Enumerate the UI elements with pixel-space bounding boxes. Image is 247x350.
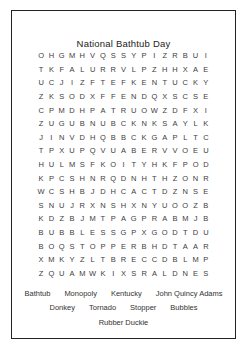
grid-cell: T bbox=[129, 158, 139, 172]
grid-cell: T bbox=[180, 226, 190, 240]
grid-cell: M bbox=[67, 158, 77, 172]
grid-cell: K bbox=[98, 267, 108, 281]
grid-cell: I bbox=[201, 103, 211, 117]
grid-cell: L bbox=[160, 267, 170, 281]
grid-cell: N bbox=[57, 131, 67, 145]
grid-cell: A bbox=[190, 63, 200, 77]
word-list-item: Donkey bbox=[50, 301, 75, 315]
grid-cell: L bbox=[129, 63, 139, 77]
grid-cell: H bbox=[77, 171, 87, 185]
word-list-item: Bathtub bbox=[25, 287, 51, 301]
grid-cell: G bbox=[57, 49, 67, 63]
grid-cell: R bbox=[170, 49, 180, 63]
grid-cell: M bbox=[46, 253, 56, 267]
grid-cell: G bbox=[57, 117, 67, 131]
grid-cell: C bbox=[180, 90, 190, 104]
grid-cell: D bbox=[201, 158, 211, 172]
grid-cell: Q bbox=[87, 144, 97, 158]
grid-cell: C bbox=[118, 185, 128, 199]
grid-cell: B bbox=[108, 131, 118, 145]
grid-cell: D bbox=[98, 185, 108, 199]
grid-cell: D bbox=[67, 103, 77, 117]
grid-cell: T bbox=[160, 76, 170, 90]
grid-cell: B bbox=[77, 117, 87, 131]
grid-cell: D bbox=[160, 253, 170, 267]
grid-cell: A bbox=[160, 131, 170, 145]
grid-cell: B bbox=[57, 226, 67, 240]
grid-cell: U bbox=[36, 76, 46, 90]
grid-cell: A bbox=[180, 239, 190, 253]
grid-cell: B bbox=[170, 253, 180, 267]
grid-cell: P bbox=[139, 63, 149, 77]
grid-cell: O bbox=[180, 144, 190, 158]
grid-cell: X bbox=[87, 199, 97, 213]
grid-cell: S bbox=[190, 90, 200, 104]
grid-cell: N bbox=[139, 117, 149, 131]
grid-cell: F bbox=[180, 103, 190, 117]
grid-cell: H bbox=[77, 49, 87, 63]
grid-cell: D bbox=[170, 103, 180, 117]
grid-cell: Q bbox=[57, 239, 67, 253]
grid-cell: Z bbox=[170, 171, 180, 185]
grid-cell: A bbox=[160, 212, 170, 226]
grid-cell: A bbox=[98, 103, 108, 117]
grid-cell: U bbox=[190, 49, 200, 63]
grid-cell: T bbox=[98, 76, 108, 90]
grid-cell: B bbox=[108, 253, 118, 267]
grid-cell: E bbox=[190, 144, 200, 158]
grid-cell: C bbox=[118, 117, 128, 131]
grid-cell: O bbox=[46, 239, 56, 253]
grid-cell: P bbox=[98, 239, 108, 253]
grid-cell: D bbox=[77, 131, 87, 145]
grid-cell: P bbox=[46, 144, 56, 158]
grid-cell: U bbox=[201, 226, 211, 240]
word-list-item: Rubber Duckie bbox=[99, 316, 149, 330]
grid-cell: Z bbox=[160, 103, 170, 117]
grid-cell: I bbox=[118, 158, 128, 172]
grid-cell: K bbox=[129, 76, 139, 90]
grid-cell: C bbox=[139, 253, 149, 267]
grid-cell: L bbox=[180, 131, 190, 145]
grid-cell: S bbox=[170, 90, 180, 104]
worksheet-page: National Bathtub Day OHGMHVQSSYPIZRBUITK… bbox=[0, 0, 247, 350]
grid-cell: N bbox=[180, 267, 190, 281]
grid-cell: P bbox=[46, 171, 56, 185]
grid-cell: R bbox=[149, 212, 159, 226]
grid-cell: X bbox=[129, 199, 139, 213]
word-list-row: DonkeyTornadoStopperBubbles bbox=[12, 301, 235, 315]
grid-cell: W bbox=[87, 267, 97, 281]
grid-cell: S bbox=[201, 267, 211, 281]
grid-cell: I bbox=[149, 49, 159, 63]
grid-cell: X bbox=[57, 144, 67, 158]
grid-cell: R bbox=[201, 171, 211, 185]
grid-cell: Y bbox=[201, 76, 211, 90]
grid-cell: E bbox=[190, 267, 200, 281]
grid-cell: P bbox=[108, 212, 118, 226]
grid-cell: Y bbox=[180, 117, 190, 131]
grid-cell: E bbox=[201, 185, 211, 199]
grid-cell: C bbox=[46, 185, 56, 199]
grid-cell: C bbox=[201, 131, 211, 145]
grid-cell: V bbox=[98, 144, 108, 158]
grid-cell: E bbox=[201, 63, 211, 77]
grid-cell: R bbox=[77, 199, 87, 213]
grid-cell: H bbox=[36, 158, 46, 172]
grid-cell: K bbox=[129, 117, 139, 131]
grid-cell: R bbox=[108, 63, 118, 77]
grid-cell: J bbox=[190, 212, 200, 226]
grid-cell: T bbox=[36, 144, 46, 158]
grid-cell: D bbox=[118, 171, 128, 185]
grid-cell: B bbox=[36, 239, 46, 253]
grid-cell: N bbox=[149, 76, 159, 90]
grid-cell: P bbox=[129, 226, 139, 240]
grid-cell: C bbox=[129, 131, 139, 145]
grid-cell: U bbox=[170, 76, 180, 90]
grid-cell: Y bbox=[67, 253, 77, 267]
grid-cell: G bbox=[118, 226, 128, 240]
grid-cell: S bbox=[77, 158, 87, 172]
grid-cell: R bbox=[118, 103, 128, 117]
grid-cell: U bbox=[129, 103, 139, 117]
grid-cell: D bbox=[160, 239, 170, 253]
grid-cell: I bbox=[46, 131, 56, 145]
grid-cell: U bbox=[201, 144, 211, 158]
grid-cell: O bbox=[36, 49, 46, 63]
grid-cell: K bbox=[46, 63, 56, 77]
grid-cell: N bbox=[46, 199, 56, 213]
grid-cell: B bbox=[36, 226, 46, 240]
grid-cell: G bbox=[149, 226, 159, 240]
grid-cell: T bbox=[149, 171, 159, 185]
grid-cell: J bbox=[87, 185, 97, 199]
grid-cell: P bbox=[170, 131, 180, 145]
word-list-row: Rubber Duckie bbox=[12, 316, 235, 330]
grid-cell: O bbox=[190, 158, 200, 172]
grid-cell: S bbox=[108, 49, 118, 63]
grid-cell: O bbox=[87, 239, 97, 253]
grid-cell: K bbox=[201, 117, 211, 131]
grid-cell: H bbox=[149, 239, 159, 253]
grid-cell: B bbox=[77, 185, 87, 199]
grid-cell: N bbox=[98, 199, 108, 213]
grid-cell: K bbox=[36, 171, 46, 185]
grid-cell: Z bbox=[160, 49, 170, 63]
grid-cell: Z bbox=[77, 76, 87, 90]
grid-cell: E bbox=[139, 144, 149, 158]
grid-cell: A bbox=[129, 185, 139, 199]
grid-cell: A bbox=[170, 117, 180, 131]
grid-cell: Y bbox=[149, 199, 159, 213]
grid-cell: N bbox=[180, 185, 190, 199]
grid-cell: P bbox=[87, 103, 97, 117]
grid-cell: U bbox=[46, 158, 56, 172]
grid-cell: Z bbox=[190, 199, 200, 213]
grid-cell: D bbox=[139, 90, 149, 104]
grid-cell: T bbox=[98, 253, 108, 267]
grid-cell: E bbox=[129, 253, 139, 267]
grid-cell: F bbox=[57, 63, 67, 77]
grid-cell: O bbox=[170, 199, 180, 213]
grid-cell: J bbox=[36, 131, 46, 145]
grid-cell: O bbox=[180, 171, 190, 185]
grid-cell: V bbox=[160, 144, 170, 158]
grid-cell: A bbox=[118, 212, 128, 226]
grid-cell: B bbox=[201, 212, 211, 226]
grid-cell: M bbox=[77, 267, 87, 281]
grid-cell: Z bbox=[36, 90, 46, 104]
grid-cell: M bbox=[190, 253, 200, 267]
grid-cell: X bbox=[190, 103, 200, 117]
grid-cell: M bbox=[67, 49, 77, 63]
grid-cell: H bbox=[77, 103, 87, 117]
grid-cell: K bbox=[160, 158, 170, 172]
grid-cell: D bbox=[170, 226, 180, 240]
grid-cell: K bbox=[46, 90, 56, 104]
grid-cell: Q bbox=[98, 131, 108, 145]
grid-cell: E bbox=[139, 76, 149, 90]
grid-cell: P bbox=[201, 253, 211, 267]
grid-cell: M bbox=[87, 212, 97, 226]
grid-cell: B bbox=[180, 49, 190, 63]
grid-cell: Z bbox=[149, 63, 159, 77]
grid-cell: D bbox=[160, 185, 170, 199]
grid-cell: W bbox=[149, 103, 159, 117]
grid-cell: B bbox=[67, 226, 77, 240]
puzzle-title: National Bathtub Day bbox=[12, 38, 235, 49]
grid-cell: L bbox=[77, 226, 87, 240]
grid-cell: B bbox=[201, 199, 211, 213]
grid-cell: N bbox=[139, 199, 149, 213]
word-search-grid: OHGMHVQSSYPIZRBUITKFALURRVLPZHHXAEUCJIZF… bbox=[36, 49, 211, 280]
word-list-item: Bubbles bbox=[170, 301, 197, 315]
grid-cell: V bbox=[67, 131, 77, 145]
grid-cell: U bbox=[108, 144, 118, 158]
grid-cell: P bbox=[139, 49, 149, 63]
puzzle-sheet-border: National Bathtub Day OHGMHVQSSYPIZRBUITK… bbox=[11, 10, 236, 339]
grid-cell: E bbox=[201, 90, 211, 104]
grid-cell: B bbox=[170, 212, 180, 226]
grid-cell: A bbox=[67, 267, 77, 281]
grid-cell: L bbox=[77, 63, 87, 77]
grid-cell: R bbox=[98, 171, 108, 185]
grid-cell: B bbox=[67, 212, 77, 226]
grid-cell: I bbox=[201, 49, 211, 63]
grid-cell: S bbox=[129, 267, 139, 281]
grid-cell: U bbox=[46, 117, 56, 131]
grid-cell: Z bbox=[77, 253, 87, 267]
grid-cell: H bbox=[149, 158, 159, 172]
grid-cell: N bbox=[129, 90, 139, 104]
grid-cell: S bbox=[67, 239, 77, 253]
grid-cell: U bbox=[57, 199, 67, 213]
grid-cell: F bbox=[87, 76, 97, 90]
grid-cell: H bbox=[118, 199, 128, 213]
grid-cell: X bbox=[87, 90, 97, 104]
grid-cell: P bbox=[46, 103, 56, 117]
grid-cell: S bbox=[108, 226, 118, 240]
grid-cell: P bbox=[139, 212, 149, 226]
grid-cell: V bbox=[87, 49, 97, 63]
grid-cell: I bbox=[108, 267, 118, 281]
grid-cell: V bbox=[170, 144, 180, 158]
grid-cell: R bbox=[98, 63, 108, 77]
grid-cell: P bbox=[180, 158, 190, 172]
grid-cell: F bbox=[170, 158, 180, 172]
grid-cell: B bbox=[118, 131, 128, 145]
word-list-item: Monopoly bbox=[64, 287, 97, 301]
grid-cell: N bbox=[87, 117, 97, 131]
grid-cell: F bbox=[108, 90, 118, 104]
grid-cell: B bbox=[129, 144, 139, 158]
grid-cell: T bbox=[149, 185, 159, 199]
grid-cell: C bbox=[57, 171, 67, 185]
grid-cell: U bbox=[98, 117, 108, 131]
grid-cell: Y bbox=[129, 49, 139, 63]
word-list-row: BathtubMonopolyKentuckyJohn Quincy Adams bbox=[12, 287, 235, 301]
word-list: BathtubMonopolyKentuckyJohn Quincy Adams… bbox=[12, 287, 235, 330]
grid-cell: O bbox=[160, 226, 170, 240]
grid-cell: X bbox=[36, 253, 46, 267]
grid-cell: R bbox=[149, 144, 159, 158]
grid-cell: T bbox=[36, 63, 46, 77]
grid-cell: D bbox=[46, 212, 56, 226]
grid-cell: T bbox=[190, 131, 200, 145]
grid-cell: O bbox=[180, 199, 190, 213]
grid-cell: A bbox=[118, 144, 128, 158]
grid-cell: H bbox=[139, 171, 149, 185]
grid-cell: Z bbox=[36, 267, 46, 281]
grid-cell: Q bbox=[98, 49, 108, 63]
grid-cell: N bbox=[190, 171, 200, 185]
grid-cell: I bbox=[67, 76, 77, 90]
grid-cell: S bbox=[190, 185, 200, 199]
grid-cell: U bbox=[67, 144, 77, 158]
grid-cell: Z bbox=[36, 117, 46, 131]
grid-cell: S bbox=[57, 90, 67, 104]
grid-cell: H bbox=[46, 49, 56, 63]
grid-cell: X bbox=[139, 226, 149, 240]
grid-cell: G bbox=[129, 212, 139, 226]
grid-cell: C bbox=[46, 76, 56, 90]
grid-cell: Y bbox=[139, 158, 149, 172]
grid-cell: X bbox=[118, 267, 128, 281]
grid-cell: Q bbox=[108, 171, 118, 185]
grid-cell: H bbox=[67, 185, 77, 199]
grid-cell: G bbox=[149, 131, 159, 145]
grid-cell: C bbox=[139, 185, 149, 199]
grid-cell: P bbox=[108, 239, 118, 253]
grid-cell: L bbox=[57, 158, 67, 172]
grid-cell: Q bbox=[46, 267, 56, 281]
grid-cell: U bbox=[67, 117, 77, 131]
grid-cell: M bbox=[57, 103, 67, 117]
grid-cell: K bbox=[190, 76, 200, 90]
grid-cell: Q bbox=[149, 90, 159, 104]
grid-cell: T bbox=[170, 239, 180, 253]
grid-cell: O bbox=[67, 90, 77, 104]
grid-cell: J bbox=[67, 199, 77, 213]
grid-cell: H bbox=[160, 171, 170, 185]
grid-cell: Z bbox=[170, 185, 180, 199]
grid-cell: U bbox=[87, 63, 97, 77]
grid-cell: D bbox=[190, 226, 200, 240]
grid-cell: T bbox=[108, 103, 118, 117]
grid-cell: A bbox=[149, 267, 159, 281]
grid-cell: H bbox=[170, 63, 180, 77]
grid-cell: J bbox=[77, 212, 87, 226]
word-list-item: Tornado bbox=[89, 301, 116, 315]
grid-cell: U bbox=[160, 199, 170, 213]
grid-cell: S bbox=[118, 49, 128, 63]
grid-cell: K bbox=[149, 117, 159, 131]
grid-cell: C bbox=[180, 76, 190, 90]
grid-cell: C bbox=[149, 253, 159, 267]
grid-cell: S bbox=[108, 199, 118, 213]
grid-cell: H bbox=[160, 63, 170, 77]
grid-cell: X bbox=[180, 63, 190, 77]
grid-cell: E bbox=[87, 226, 97, 240]
grid-cell: S bbox=[98, 226, 108, 240]
grid-cell: N bbox=[87, 171, 97, 185]
grid-cell: S bbox=[57, 185, 67, 199]
grid-cell: L bbox=[87, 253, 97, 267]
grid-cell: J bbox=[57, 76, 67, 90]
grid-cell: A bbox=[67, 63, 77, 77]
grid-cell: B bbox=[139, 239, 149, 253]
grid-cell: T bbox=[98, 212, 108, 226]
grid-cell: S bbox=[67, 171, 77, 185]
grid-cell: F bbox=[87, 158, 97, 172]
grid-cell: W bbox=[36, 185, 46, 199]
grid-cell: R bbox=[201, 239, 211, 253]
grid-cell: H bbox=[108, 185, 118, 199]
grid-cell: D bbox=[170, 267, 180, 281]
grid-cell: F bbox=[98, 90, 108, 104]
grid-cell: O bbox=[108, 158, 118, 172]
grid-cell: S bbox=[160, 117, 170, 131]
grid-cell: F bbox=[118, 76, 128, 90]
grid-cell: H bbox=[87, 131, 97, 145]
grid-cell: U bbox=[46, 226, 56, 240]
grid-cell: K bbox=[57, 253, 67, 267]
word-list-item: Kentucky bbox=[111, 287, 142, 301]
grid-cell: O bbox=[139, 103, 149, 117]
grid-cell: R bbox=[129, 239, 139, 253]
word-list-item: Stopper bbox=[130, 301, 156, 315]
grid-cell: E bbox=[108, 76, 118, 90]
grid-cell: E bbox=[118, 90, 128, 104]
grid-cell: T bbox=[77, 239, 87, 253]
grid-cell: N bbox=[129, 171, 139, 185]
grid-cell: R bbox=[118, 253, 128, 267]
grid-cell: B bbox=[108, 117, 118, 131]
grid-cell: E bbox=[118, 239, 128, 253]
grid-cell: K bbox=[36, 212, 46, 226]
grid-cell: R bbox=[139, 267, 149, 281]
grid-cell: V bbox=[118, 63, 128, 77]
grid-cell: Z bbox=[57, 212, 67, 226]
grid-cell: K bbox=[139, 131, 149, 145]
grid-cell: C bbox=[36, 103, 46, 117]
grid-cell: M bbox=[180, 212, 190, 226]
grid-cell: U bbox=[57, 267, 67, 281]
grid-cell: P bbox=[77, 144, 87, 158]
grid-cell: A bbox=[190, 239, 200, 253]
grid-cell: L bbox=[190, 117, 200, 131]
